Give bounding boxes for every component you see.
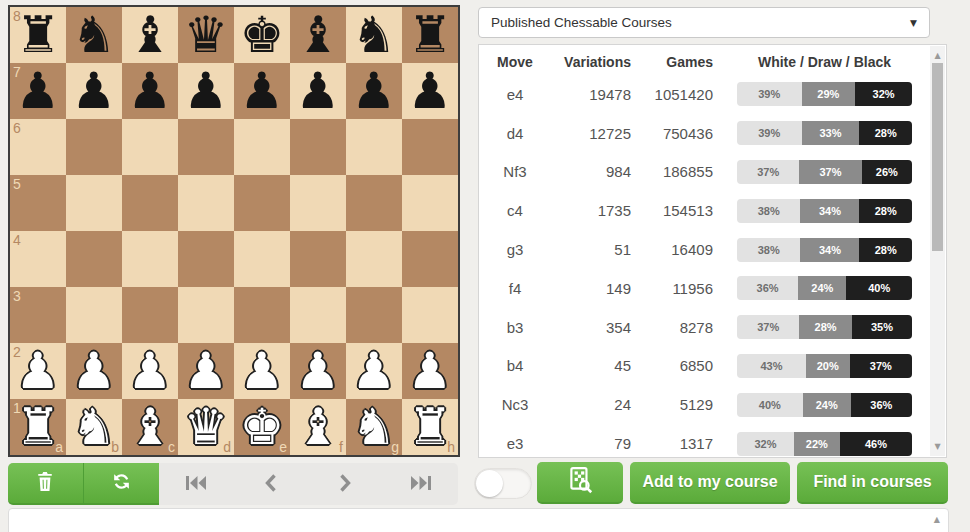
cell-move: e4: [487, 86, 543, 103]
black-segment: 36%: [851, 393, 912, 417]
bottom-scroll-up-icon[interactable]: ▲: [934, 515, 940, 524]
square-g6[interactable]: [346, 119, 402, 175]
explorer-row-e4[interactable]: e419478105142039%29%32%: [479, 75, 946, 114]
square-d1[interactable]: d♛: [178, 399, 234, 455]
square-e3[interactable]: [234, 287, 290, 343]
draw-segment: 24%: [803, 393, 851, 417]
cell-move: g3: [487, 241, 543, 258]
cell-move: c4: [487, 202, 543, 219]
square-b2[interactable]: ♟: [66, 343, 122, 399]
cell-variations: 19478: [543, 86, 631, 103]
explorer-row-Nc3[interactable]: Nc324512940%24%36%: [479, 385, 946, 424]
square-f5[interactable]: [290, 175, 346, 231]
square-b3[interactable]: [66, 287, 122, 343]
draw-segment: 24%: [798, 276, 846, 300]
rank-label: 3: [13, 288, 21, 304]
find-position-button[interactable]: [537, 462, 623, 504]
piece-black-pawn[interactable]: ♟: [346, 63, 402, 119]
cell-move: Nc3: [487, 396, 543, 413]
previous-move-button[interactable]: [233, 463, 308, 505]
cell-games: 1051420: [631, 86, 713, 103]
chess-board-frame: 8♜♞♝♛♚♝♞♜7♟♟♟♟♟♟♟♟65432♟♟♟♟♟♟♟♟1a♜b♞c♝d♛…: [8, 5, 460, 457]
piece-black-pawn[interactable]: ♟: [66, 63, 122, 119]
skip-start-icon: [185, 475, 207, 494]
square-h3[interactable]: [402, 287, 458, 343]
draw-segment: 22%: [794, 432, 840, 456]
result-bar: 32%22%46%: [737, 432, 912, 456]
piece-white-pawn[interactable]: ♟: [346, 343, 402, 399]
black-segment: 28%: [859, 121, 912, 145]
piece-black-pawn[interactable]: ♟: [10, 63, 66, 119]
app-root: 8♜♞♝♛♚♝♞♜7♟♟♟♟♟♟♟♟65432♟♟♟♟♟♟♟♟1a♜b♞c♝d♛…: [0, 0, 970, 532]
square-a4[interactable]: 4: [10, 231, 66, 287]
square-g2[interactable]: ♟: [346, 343, 402, 399]
header-variations: Variations: [543, 54, 631, 70]
draw-segment: 34%: [800, 199, 859, 223]
explorer-row-b3[interactable]: b3354827837%28%35%: [479, 308, 946, 347]
square-b5[interactable]: [66, 175, 122, 231]
piece-black-pawn[interactable]: ♟: [402, 63, 458, 119]
bottom-panel: ▲: [8, 508, 949, 532]
go-to-start-button[interactable]: [159, 463, 234, 505]
square-d6[interactable]: [178, 119, 234, 175]
piece-black-knight[interactable]: ♞: [66, 7, 122, 63]
caret-down-icon: ▼: [910, 18, 917, 28]
square-a7[interactable]: 7♟: [10, 63, 66, 119]
explorer-header: Move Variations Games White / Draw / Bla…: [479, 45, 946, 75]
piece-white-king[interactable]: ♚: [234, 399, 290, 455]
cell-variations: 24: [543, 396, 631, 413]
cell-variations: 149: [543, 280, 631, 297]
black-segment: 28%: [859, 199, 912, 223]
piece-white-pawn[interactable]: ♟: [66, 343, 122, 399]
white-segment: 37%: [737, 315, 799, 339]
square-d2[interactable]: ♟: [178, 343, 234, 399]
scroll-down-icon[interactable]: ▼: [930, 442, 945, 451]
explorer-rows: e419478105142039%29%32%d41272575043639%3…: [479, 75, 946, 458]
white-segment: 37%: [737, 160, 799, 184]
square-c2[interactable]: ♟: [122, 343, 178, 399]
explorer-row-c4[interactable]: c4173515451338%34%28%: [479, 191, 946, 230]
piece-white-pawn[interactable]: ♟: [178, 343, 234, 399]
square-c6[interactable]: [122, 119, 178, 175]
scroll-up-icon[interactable]: ▲: [930, 51, 945, 60]
square-c8[interactable]: ♝: [122, 7, 178, 63]
result-bar: 40%24%36%: [737, 393, 912, 417]
cell-move: f4: [487, 280, 543, 297]
piece-white-pawn[interactable]: ♟: [290, 343, 346, 399]
selected-option-label: Published Chessable Courses: [491, 15, 672, 30]
white-segment: 39%: [737, 82, 802, 106]
explorer-row-e3[interactable]: e379131732%22%46%: [479, 424, 946, 458]
result-bar: 38%34%28%: [737, 238, 912, 262]
result-bar: 37%37%26%: [737, 160, 912, 184]
explorer-row-d4[interactable]: d41272575043639%33%28%: [479, 114, 946, 153]
square-f7[interactable]: ♟: [290, 63, 346, 119]
rank-label: 5: [13, 176, 21, 192]
piece-black-king[interactable]: ♚: [234, 7, 290, 63]
square-a2[interactable]: 2♟: [10, 343, 66, 399]
piece-black-pawn[interactable]: ♟: [178, 63, 234, 119]
cell-move: Nf3: [487, 163, 543, 180]
black-segment: 46%: [840, 432, 912, 456]
opening-explorer-panel: Move Variations Games White / Draw / Bla…: [478, 44, 947, 458]
square-h7[interactable]: ♟: [402, 63, 458, 119]
scrollbar-thumb[interactable]: [932, 63, 943, 251]
white-segment: 39%: [737, 121, 802, 145]
toggle-switch[interactable]: [474, 468, 532, 499]
cell-variations: 45: [543, 357, 631, 374]
next-move-button[interactable]: [308, 463, 383, 505]
cell-games: 8278: [631, 319, 713, 336]
square-c4[interactable]: [122, 231, 178, 287]
piece-white-bishop[interactable]: ♝: [290, 399, 346, 455]
toggle-knob: [476, 470, 503, 497]
skip-end-icon: [410, 475, 432, 494]
square-g1[interactable]: g♞: [346, 399, 402, 455]
cell-variations: 12725: [543, 125, 631, 142]
square-b7[interactable]: ♟: [66, 63, 122, 119]
piece-white-knight[interactable]: ♞: [346, 399, 402, 455]
header-move: Move: [487, 54, 543, 70]
square-d4[interactable]: [178, 231, 234, 287]
piece-black-bishop[interactable]: ♝: [122, 7, 178, 63]
square-a6[interactable]: 6: [10, 119, 66, 175]
find-in-courses-button[interactable]: Find in courses: [797, 462, 948, 504]
white-segment: 38%: [737, 238, 800, 262]
header-games: Games: [631, 54, 713, 70]
black-segment: 28%: [859, 238, 912, 262]
cell-games: 186855: [631, 163, 713, 180]
white-segment: 32%: [737, 432, 794, 456]
square-g8[interactable]: ♞: [346, 7, 402, 63]
square-f6[interactable]: [290, 119, 346, 175]
cell-variations: 51: [543, 241, 631, 258]
square-e2[interactable]: ♟: [234, 343, 290, 399]
square-e1[interactable]: e♚: [234, 399, 290, 455]
piece-black-knight[interactable]: ♞: [346, 7, 402, 63]
draw-segment: 28%: [799, 315, 852, 339]
square-e4[interactable]: [234, 231, 290, 287]
square-h5[interactable]: [402, 175, 458, 231]
rank-label: 6: [13, 120, 21, 136]
chess-board: 8♜♞♝♛♚♝♞♜7♟♟♟♟♟♟♟♟65432♟♟♟♟♟♟♟♟1a♜b♞c♝d♛…: [10, 7, 458, 455]
result-bar: 39%29%32%: [737, 82, 912, 106]
square-g5[interactable]: [346, 175, 402, 231]
refresh-icon: [111, 471, 132, 495]
trash-icon: [36, 472, 54, 495]
add-to-my-course-button[interactable]: Add to my course: [630, 462, 790, 504]
piece-black-pawn[interactable]: ♟: [290, 63, 346, 119]
header-result: White / Draw / Black: [737, 54, 912, 70]
piece-black-rook[interactable]: ♜: [10, 7, 66, 63]
square-g7[interactable]: ♟: [346, 63, 402, 119]
piece-white-pawn[interactable]: ♟: [402, 343, 458, 399]
draw-segment: 29%: [802, 82, 856, 106]
square-b8[interactable]: ♞: [66, 7, 122, 63]
square-c5[interactable]: [122, 175, 178, 231]
piece-white-pawn[interactable]: ♟: [234, 343, 290, 399]
black-segment: 35%: [852, 315, 912, 339]
cell-move: e3: [487, 435, 543, 452]
square-a3[interactable]: 3: [10, 287, 66, 343]
result-bar: 38%34%28%: [737, 199, 912, 223]
explorer-row-b4[interactable]: b445685043%20%37%: [479, 347, 946, 386]
cell-games: 16409: [631, 241, 713, 258]
square-f4[interactable]: [290, 231, 346, 287]
square-h2[interactable]: ♟: [402, 343, 458, 399]
cell-games: 154513: [631, 202, 713, 219]
cell-move: b3: [487, 319, 543, 336]
black-segment: 40%: [846, 276, 912, 300]
piece-white-rook[interactable]: ♜: [10, 399, 66, 455]
square-g3[interactable]: [346, 287, 402, 343]
explorer-row-f4[interactable]: f41491195636%24%40%: [479, 269, 946, 308]
square-b4[interactable]: [66, 231, 122, 287]
delete-button[interactable]: [8, 463, 83, 505]
square-a1[interactable]: 1a♜: [10, 399, 66, 455]
square-f3[interactable]: [290, 287, 346, 343]
piece-white-rook[interactable]: ♜: [402, 399, 458, 455]
black-segment: 37%: [850, 354, 912, 378]
result-bar: 39%33%28%: [737, 121, 912, 145]
white-segment: 43%: [737, 354, 806, 378]
square-f8[interactable]: ♝: [290, 7, 346, 63]
square-h4[interactable]: [402, 231, 458, 287]
white-segment: 36%: [737, 276, 798, 300]
square-c3[interactable]: [122, 287, 178, 343]
draw-segment: 33%: [802, 121, 860, 145]
piece-black-pawn[interactable]: ♟: [234, 63, 290, 119]
piece-white-queen[interactable]: ♛: [178, 399, 234, 455]
explorer-row-Nf3[interactable]: Nf398418685537%37%26%: [479, 153, 946, 192]
piece-white-pawn[interactable]: ♟: [122, 343, 178, 399]
white-segment: 38%: [737, 199, 800, 223]
draw-segment: 20%: [806, 354, 850, 378]
cell-games: 11956: [631, 280, 713, 297]
cell-move: b4: [487, 357, 543, 374]
draw-segment: 34%: [800, 238, 859, 262]
piece-black-queen[interactable]: ♛: [178, 7, 234, 63]
chevron-right-icon: [339, 474, 352, 495]
square-h1[interactable]: h♜: [402, 399, 458, 455]
square-f2[interactable]: ♟: [290, 343, 346, 399]
result-bar: 43%20%37%: [737, 354, 912, 378]
board-search-icon: [566, 466, 594, 498]
cell-games: 1317: [631, 435, 713, 452]
piece-black-bishop[interactable]: ♝: [290, 7, 346, 63]
cell-move: d4: [487, 125, 543, 142]
square-d7[interactable]: ♟: [178, 63, 234, 119]
cell-variations: 79: [543, 435, 631, 452]
white-segment: 40%: [737, 393, 803, 417]
explorer-scrollbar: ▲ ▼: [930, 46, 945, 456]
square-f1[interactable]: f♝: [290, 399, 346, 455]
result-bar: 37%28%35%: [737, 315, 912, 339]
piece-white-knight[interactable]: ♞: [66, 399, 122, 455]
cell-games: 5129: [631, 396, 713, 413]
reset-button[interactable]: [83, 463, 159, 505]
cell-games: 6850: [631, 357, 713, 374]
piece-black-rook[interactable]: ♜: [402, 7, 458, 63]
piece-white-pawn[interactable]: ♟: [10, 343, 66, 399]
cell-variations: 984: [543, 163, 631, 180]
square-a8[interactable]: 8♜: [10, 7, 66, 63]
explorer-row-g3[interactable]: g3511640938%34%28%: [479, 230, 946, 269]
cell-games: 750436: [631, 125, 713, 142]
square-b1[interactable]: b♞: [66, 399, 122, 455]
cell-variations: 1735: [543, 202, 631, 219]
piece-white-bishop[interactable]: ♝: [122, 399, 178, 455]
square-g4[interactable]: [346, 231, 402, 287]
course-filter-select[interactable]: Published Chessable Courses ▼: [478, 7, 930, 38]
move-controls-bar: [8, 463, 458, 505]
go-to-end-button[interactable]: [383, 463, 458, 505]
square-e5[interactable]: [234, 175, 290, 231]
square-c1[interactable]: c♝: [122, 399, 178, 455]
piece-black-pawn[interactable]: ♟: [122, 63, 178, 119]
square-h8[interactable]: ♜: [402, 7, 458, 63]
black-segment: 26%: [862, 160, 912, 184]
rank-label: 4: [13, 232, 21, 248]
chevron-left-icon: [264, 474, 277, 495]
square-e6[interactable]: [234, 119, 290, 175]
square-c7[interactable]: ♟: [122, 63, 178, 119]
draw-segment: 37%: [799, 160, 861, 184]
square-h6[interactable]: [402, 119, 458, 175]
result-bar: 36%24%40%: [737, 276, 912, 300]
square-d8[interactable]: ♛: [178, 7, 234, 63]
square-a5[interactable]: 5: [10, 175, 66, 231]
cell-variations: 354: [543, 319, 631, 336]
square-b6[interactable]: [66, 119, 122, 175]
square-d5[interactable]: [178, 175, 234, 231]
square-e8[interactable]: ♚: [234, 7, 290, 63]
square-d3[interactable]: [178, 287, 234, 343]
black-segment: 32%: [855, 82, 912, 106]
square-e7[interactable]: ♟: [234, 63, 290, 119]
